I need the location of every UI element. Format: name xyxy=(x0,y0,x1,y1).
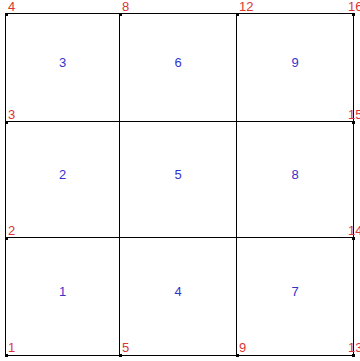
cell-number: 7 xyxy=(291,285,298,298)
mesh-diagram: 369258147 48121631521415913 xyxy=(0,0,360,361)
cell-number: 5 xyxy=(174,168,181,181)
node-number: 14 xyxy=(348,224,360,237)
cell-number: 9 xyxy=(291,56,298,69)
cell-number: 2 xyxy=(59,168,66,181)
cell-number: 3 xyxy=(59,56,66,69)
node-number: 3 xyxy=(8,108,15,121)
node-number: 2 xyxy=(8,224,15,237)
grid-cell-r3c3: 7 xyxy=(237,238,353,355)
node-number: 12 xyxy=(239,0,253,13)
node-number: 13 xyxy=(348,341,360,354)
grid-cell-r3c1: 1 xyxy=(6,238,120,355)
node-number: 15 xyxy=(348,108,360,121)
node-number: 4 xyxy=(8,0,15,13)
cell-number: 1 xyxy=(59,285,66,298)
node-number: 5 xyxy=(122,341,129,354)
node-number: 8 xyxy=(122,0,129,13)
grid-cell-r1c2: 6 xyxy=(120,14,237,122)
cell-number: 6 xyxy=(174,56,181,69)
node-number: 9 xyxy=(239,341,246,354)
node-number: 16 xyxy=(348,0,360,13)
cell-number: 8 xyxy=(291,168,298,181)
cell-number: 4 xyxy=(174,285,181,298)
grid-cell-r2c2: 5 xyxy=(120,122,237,238)
grid-cell-r1c3: 9 xyxy=(237,14,353,122)
grid-cell-r2c3: 8 xyxy=(237,122,353,238)
node-number: 1 xyxy=(8,341,15,354)
grid-cell-r2c1: 2 xyxy=(6,122,120,238)
grid-board: 369258147 xyxy=(5,13,354,356)
grid-cell-r1c1: 3 xyxy=(6,14,120,122)
grid-cell-r3c2: 4 xyxy=(120,238,237,355)
